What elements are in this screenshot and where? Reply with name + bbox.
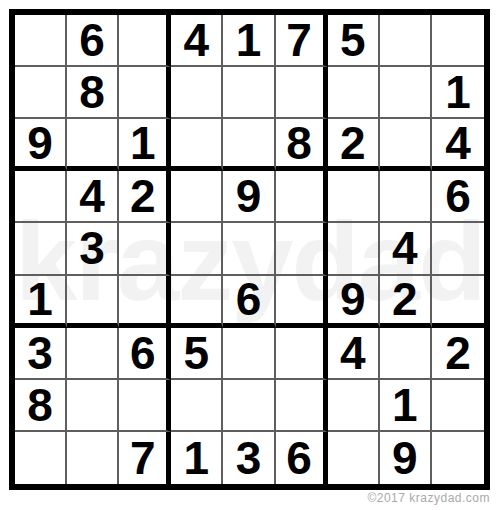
cell-r2c4[interactable] [171, 67, 223, 119]
cell-r7c2[interactable] [67, 328, 119, 380]
cell-r5c3[interactable] [119, 223, 171, 275]
cell-r8c6[interactable] [276, 380, 328, 432]
cell-r5c5[interactable] [223, 223, 275, 275]
cell-r2c9[interactable]: 1 [432, 67, 484, 119]
cell-r5c2[interactable]: 3 [67, 223, 119, 275]
cell-r1c5[interactable]: 1 [223, 15, 275, 67]
cell-r3c9[interactable]: 4 [432, 119, 484, 171]
cell-r6c9[interactable] [432, 276, 484, 328]
cell-r7c5[interactable] [223, 328, 275, 380]
cell-r4c4[interactable] [171, 171, 223, 223]
cell-r7c8[interactable] [380, 328, 432, 380]
cell-r4c8[interactable] [380, 171, 432, 223]
cell-r8c8[interactable]: 1 [380, 380, 432, 432]
cell-r8c7[interactable] [328, 380, 380, 432]
cell-r2c8[interactable] [380, 67, 432, 119]
cell-r5c9[interactable] [432, 223, 484, 275]
cell-r4c5[interactable]: 9 [223, 171, 275, 223]
cell-r2c7[interactable] [328, 67, 380, 119]
sudoku-board: krazydad 6417581918244296341692365428171… [9, 9, 490, 490]
cell-r6c5[interactable]: 6 [223, 276, 275, 328]
cell-r6c4[interactable] [171, 276, 223, 328]
cell-r1c7[interactable]: 5 [328, 15, 380, 67]
cell-r7c7[interactable]: 4 [328, 328, 380, 380]
cell-r8c3[interactable] [119, 380, 171, 432]
cell-r8c1[interactable]: 8 [15, 380, 67, 432]
sudoku-grid: 6417581918244296341692365428171369 [15, 15, 484, 484]
cell-r6c3[interactable] [119, 276, 171, 328]
cell-r7c9[interactable]: 2 [432, 328, 484, 380]
cell-r5c6[interactable] [276, 223, 328, 275]
cell-r4c3[interactable]: 2 [119, 171, 171, 223]
cell-r9c9[interactable] [432, 432, 484, 484]
cell-r3c4[interactable] [171, 119, 223, 171]
cell-r2c2[interactable]: 8 [67, 67, 119, 119]
cell-r5c1[interactable] [15, 223, 67, 275]
cell-r5c7[interactable] [328, 223, 380, 275]
cell-r6c2[interactable] [67, 276, 119, 328]
cell-r7c4[interactable]: 5 [171, 328, 223, 380]
cell-r9c4[interactable]: 1 [171, 432, 223, 484]
cell-r3c3[interactable]: 1 [119, 119, 171, 171]
cell-r1c4[interactable]: 4 [171, 15, 223, 67]
cell-r3c8[interactable] [380, 119, 432, 171]
cell-r4c7[interactable] [328, 171, 380, 223]
cell-r3c1[interactable]: 9 [15, 119, 67, 171]
cell-r9c5[interactable]: 3 [223, 432, 275, 484]
cell-r2c1[interactable] [15, 67, 67, 119]
cell-r8c2[interactable] [67, 380, 119, 432]
cell-r9c2[interactable] [67, 432, 119, 484]
cell-r3c7[interactable]: 2 [328, 119, 380, 171]
cell-r9c6[interactable]: 6 [276, 432, 328, 484]
cell-r9c3[interactable]: 7 [119, 432, 171, 484]
cell-r8c5[interactable] [223, 380, 275, 432]
cell-r4c9[interactable]: 6 [432, 171, 484, 223]
cell-r4c6[interactable] [276, 171, 328, 223]
cell-r7c1[interactable]: 3 [15, 328, 67, 380]
cell-r2c5[interactable] [223, 67, 275, 119]
cell-r4c2[interactable]: 4 [67, 171, 119, 223]
cell-r6c7[interactable]: 9 [328, 276, 380, 328]
cell-r3c6[interactable]: 8 [276, 119, 328, 171]
cell-r2c6[interactable] [276, 67, 328, 119]
cell-r7c6[interactable] [276, 328, 328, 380]
cell-r6c8[interactable]: 2 [380, 276, 432, 328]
copyright: ©2017 krazydad.com [367, 491, 490, 505]
cell-r4c1[interactable] [15, 171, 67, 223]
cell-r3c2[interactable] [67, 119, 119, 171]
cell-r1c9[interactable] [432, 15, 484, 67]
cell-r8c4[interactable] [171, 380, 223, 432]
cell-r8c9[interactable] [432, 380, 484, 432]
cell-r9c7[interactable] [328, 432, 380, 484]
cell-r2c3[interactable] [119, 67, 171, 119]
cell-r7c3[interactable]: 6 [119, 328, 171, 380]
cell-r9c1[interactable] [15, 432, 67, 484]
cell-r1c2[interactable]: 6 [67, 15, 119, 67]
cell-r6c1[interactable]: 1 [15, 276, 67, 328]
cell-r1c6[interactable]: 7 [276, 15, 328, 67]
cell-r6c6[interactable] [276, 276, 328, 328]
cell-r1c3[interactable] [119, 15, 171, 67]
cell-r1c8[interactable] [380, 15, 432, 67]
cell-r3c5[interactable] [223, 119, 275, 171]
cell-r5c4[interactable] [171, 223, 223, 275]
cell-r9c8[interactable]: 9 [380, 432, 432, 484]
cell-r5c8[interactable]: 4 [380, 223, 432, 275]
cell-r1c1[interactable] [15, 15, 67, 67]
